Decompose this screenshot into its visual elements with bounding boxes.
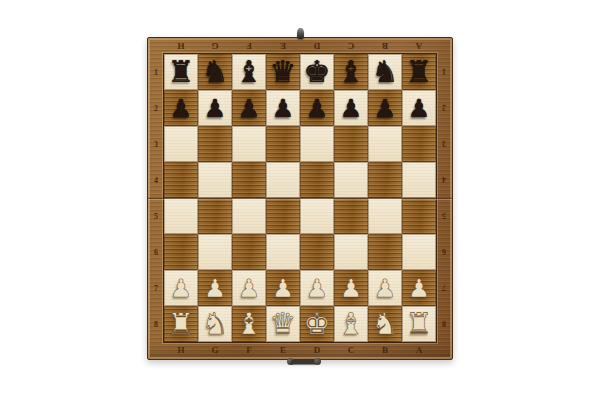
black-pawn-a2[interactable]: ♟ xyxy=(408,96,430,121)
white-king-d8[interactable]: ♚ xyxy=(304,309,331,339)
square-h1[interactable]: ♜ xyxy=(164,54,198,90)
square-b2[interactable]: ♟ xyxy=(368,90,402,126)
coordinate-label: 7 xyxy=(148,270,164,306)
square-a8[interactable]: ♜ xyxy=(402,306,436,342)
white-rook-h8[interactable]: ♜ xyxy=(168,309,195,339)
hinge-pin-icon xyxy=(297,28,304,39)
square-d2[interactable]: ♟ xyxy=(300,90,334,126)
square-b3[interactable] xyxy=(368,126,402,162)
square-d5[interactable] xyxy=(300,198,334,234)
square-a7[interactable]: ♟ xyxy=(402,270,436,306)
white-pawn-d7[interactable]: ♟ xyxy=(306,276,328,301)
coordinate-label: 5 xyxy=(436,198,452,234)
square-c7[interactable]: ♟ xyxy=(334,270,368,306)
white-pawn-c7[interactable]: ♟ xyxy=(340,276,362,301)
white-pawn-b7[interactable]: ♟ xyxy=(374,276,396,301)
black-queen-e1[interactable]: ♛ xyxy=(270,57,297,87)
square-a2[interactable]: ♟ xyxy=(402,90,436,126)
square-f3[interactable] xyxy=(232,126,266,162)
coordinate-label: 8 xyxy=(436,306,452,342)
coordinate-label: 3 xyxy=(148,126,164,162)
coordinate-label: C xyxy=(334,340,368,359)
chess-board: HGFEDCBA 12345678 12345678 HGFEDCBA ♜♞♝♛… xyxy=(147,37,453,360)
square-h5[interactable] xyxy=(164,198,198,234)
square-g3[interactable] xyxy=(198,126,232,162)
black-pawn-g2[interactable]: ♟ xyxy=(204,96,226,121)
coordinate-label: 3 xyxy=(436,126,452,162)
square-e4[interactable] xyxy=(266,162,300,198)
square-b7[interactable]: ♟ xyxy=(368,270,402,306)
square-g1[interactable]: ♞ xyxy=(198,54,232,90)
clasp-latch-icon xyxy=(287,356,321,366)
square-e8[interactable]: ♛ xyxy=(266,306,300,342)
coordinate-label: 2 xyxy=(436,90,452,126)
square-f2[interactable]: ♟ xyxy=(232,90,266,126)
coordinate-label: F xyxy=(232,340,266,359)
square-c6[interactable] xyxy=(334,234,368,270)
square-f6[interactable] xyxy=(232,234,266,270)
white-pawn-e7[interactable]: ♟ xyxy=(272,276,294,301)
square-h8[interactable]: ♜ xyxy=(164,306,198,342)
coordinate-label: H xyxy=(164,340,198,359)
black-bishop-f1[interactable]: ♝ xyxy=(236,57,263,87)
white-knight-b8[interactable]: ♞ xyxy=(372,309,399,339)
white-pawn-f7[interactable]: ♟ xyxy=(238,276,260,301)
black-bishop-c1[interactable]: ♝ xyxy=(338,57,365,87)
coordinate-label: 5 xyxy=(148,198,164,234)
square-g4[interactable] xyxy=(198,162,232,198)
square-h4[interactable] xyxy=(164,162,198,198)
white-pawn-g7[interactable]: ♟ xyxy=(204,276,226,301)
coordinate-label: H xyxy=(164,38,198,54)
white-knight-g8[interactable]: ♞ xyxy=(202,309,229,339)
black-king-d1[interactable]: ♚ xyxy=(304,57,331,87)
coordinate-label: C xyxy=(334,38,368,54)
square-c2[interactable]: ♟ xyxy=(334,90,368,126)
square-e7[interactable]: ♟ xyxy=(266,270,300,306)
coordinate-label: G xyxy=(198,340,232,359)
square-f8[interactable]: ♝ xyxy=(232,306,266,342)
black-pawn-h2[interactable]: ♟ xyxy=(170,96,192,121)
black-rook-a1[interactable]: ♜ xyxy=(406,57,433,87)
black-pawn-b2[interactable]: ♟ xyxy=(374,96,396,121)
square-a4[interactable] xyxy=(402,162,436,198)
black-knight-g1[interactable]: ♞ xyxy=(202,57,229,87)
coordinate-label: G xyxy=(198,38,232,54)
coordinate-label: D xyxy=(300,38,334,54)
coordinate-label: 1 xyxy=(436,54,452,90)
square-d7[interactable]: ♟ xyxy=(300,270,334,306)
square-d3[interactable] xyxy=(300,126,334,162)
square-e6[interactable] xyxy=(266,234,300,270)
square-c1[interactable]: ♝ xyxy=(334,54,368,90)
square-e2[interactable]: ♟ xyxy=(266,90,300,126)
photo-scene: HGFEDCBA 12345678 12345678 HGFEDCBA ♜♞♝♛… xyxy=(0,0,600,400)
square-c4[interactable] xyxy=(334,162,368,198)
square-b8[interactable]: ♞ xyxy=(368,306,402,342)
coordinate-label: 2 xyxy=(148,90,164,126)
black-pawn-e2[interactable]: ♟ xyxy=(272,96,294,121)
square-d6[interactable] xyxy=(300,234,334,270)
coordinate-label: B xyxy=(368,340,402,359)
square-b4[interactable] xyxy=(368,162,402,198)
square-d4[interactable] xyxy=(300,162,334,198)
square-d8[interactable]: ♚ xyxy=(300,306,334,342)
black-pawn-f2[interactable]: ♟ xyxy=(238,96,260,121)
square-g6[interactable] xyxy=(198,234,232,270)
coordinate-label: 4 xyxy=(148,162,164,198)
coordinate-label: 7 xyxy=(436,270,452,306)
white-pawn-h7[interactable]: ♟ xyxy=(170,276,192,301)
square-g2[interactable]: ♟ xyxy=(198,90,232,126)
square-h7[interactable]: ♟ xyxy=(164,270,198,306)
coordinate-label: 4 xyxy=(436,162,452,198)
black-rook-h1[interactable]: ♜ xyxy=(168,57,195,87)
coordinate-label: 6 xyxy=(436,234,452,270)
square-h6[interactable] xyxy=(164,234,198,270)
square-b1[interactable]: ♞ xyxy=(368,54,402,90)
coordinate-label: 6 xyxy=(148,234,164,270)
square-e1[interactable]: ♛ xyxy=(266,54,300,90)
white-bishop-c8[interactable]: ♝ xyxy=(338,309,365,339)
square-a3[interactable] xyxy=(402,126,436,162)
file-labels-top: HGFEDCBA xyxy=(164,38,436,54)
square-a5[interactable] xyxy=(402,198,436,234)
clasp-knob-right xyxy=(314,358,321,365)
square-g5[interactable] xyxy=(198,198,232,234)
square-h2[interactable]: ♟ xyxy=(164,90,198,126)
square-c3[interactable] xyxy=(334,126,368,162)
coordinate-label: B xyxy=(368,38,402,54)
fold-seam xyxy=(148,197,452,200)
black-pawn-d2[interactable]: ♟ xyxy=(306,96,328,121)
coordinate-label: A xyxy=(402,38,436,54)
square-f7[interactable]: ♟ xyxy=(232,270,266,306)
square-e5[interactable] xyxy=(266,198,300,234)
white-bishop-f8[interactable]: ♝ xyxy=(236,309,263,339)
square-a6[interactable] xyxy=(402,234,436,270)
white-pawn-a7[interactable]: ♟ xyxy=(408,276,430,301)
black-pawn-c2[interactable]: ♟ xyxy=(340,96,362,121)
square-f1[interactable]: ♝ xyxy=(232,54,266,90)
square-b6[interactable] xyxy=(368,234,402,270)
square-c5[interactable] xyxy=(334,198,368,234)
white-queen-e8[interactable]: ♛ xyxy=(270,309,297,339)
square-a1[interactable]: ♜ xyxy=(402,54,436,90)
black-knight-b1[interactable]: ♞ xyxy=(372,57,399,87)
square-d1[interactable]: ♚ xyxy=(300,54,334,90)
square-b5[interactable] xyxy=(368,198,402,234)
square-e3[interactable] xyxy=(266,126,300,162)
square-g7[interactable]: ♟ xyxy=(198,270,232,306)
coordinate-label: 8 xyxy=(148,306,164,342)
square-g8[interactable]: ♞ xyxy=(198,306,232,342)
square-f5[interactable] xyxy=(232,198,266,234)
square-c8[interactable]: ♝ xyxy=(334,306,368,342)
coordinate-label: E xyxy=(266,38,300,54)
coordinate-label: F xyxy=(232,38,266,54)
white-rook-a8[interactable]: ♜ xyxy=(406,309,433,339)
coordinate-label: 1 xyxy=(148,54,164,90)
square-h3[interactable] xyxy=(164,126,198,162)
coordinate-label: A xyxy=(402,340,436,359)
square-f4[interactable] xyxy=(232,162,266,198)
